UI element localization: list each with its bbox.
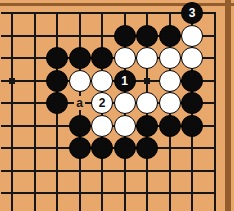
black-stone[interactable] bbox=[181, 92, 203, 114]
move-label: 2 bbox=[99, 97, 106, 109]
board-point[interactable] bbox=[46, 2, 69, 25]
board-point bbox=[1, 204, 24, 211]
board-point[interactable] bbox=[158, 92, 181, 115]
board-point[interactable] bbox=[136, 47, 159, 70]
board-point[interactable] bbox=[113, 137, 136, 160]
go-board-grid: 31a2 bbox=[1, 2, 226, 211]
white-stone[interactable] bbox=[159, 47, 181, 69]
white-stone[interactable] bbox=[69, 70, 91, 92]
board-point[interactable]: a bbox=[68, 92, 91, 115]
board-point[interactable] bbox=[46, 159, 69, 182]
board-point bbox=[136, 204, 159, 211]
board-point[interactable] bbox=[136, 182, 159, 205]
black-stone[interactable] bbox=[114, 25, 136, 47]
board-point[interactable] bbox=[1, 137, 24, 160]
board-point[interactable] bbox=[113, 159, 136, 182]
white-stone[interactable] bbox=[181, 47, 203, 69]
board-point[interactable] bbox=[23, 182, 46, 205]
black-stone[interactable]: 3 bbox=[181, 2, 203, 24]
board-point[interactable] bbox=[1, 69, 24, 92]
board-point[interactable] bbox=[136, 69, 159, 92]
board-point[interactable] bbox=[113, 114, 136, 137]
star-point bbox=[144, 78, 150, 84]
board-point[interactable] bbox=[68, 24, 91, 47]
board-point bbox=[23, 204, 46, 211]
white-stone[interactable] bbox=[114, 92, 136, 114]
board-point[interactable] bbox=[136, 114, 159, 137]
black-stone[interactable] bbox=[114, 137, 136, 159]
black-stone[interactable] bbox=[136, 25, 158, 47]
white-stone[interactable] bbox=[159, 92, 181, 114]
board-point[interactable] bbox=[136, 2, 159, 25]
white-stone[interactable] bbox=[114, 115, 136, 137]
black-stone[interactable] bbox=[159, 25, 181, 47]
board-point[interactable] bbox=[181, 24, 204, 47]
board-point[interactable] bbox=[181, 47, 204, 70]
board-point[interactable] bbox=[68, 137, 91, 160]
point-label-a: a bbox=[74, 96, 85, 110]
board-point[interactable] bbox=[158, 159, 181, 182]
board-point[interactable] bbox=[23, 114, 46, 137]
black-stone[interactable] bbox=[46, 70, 68, 92]
black-stone[interactable] bbox=[69, 115, 91, 137]
board-point[interactable] bbox=[1, 114, 24, 137]
board-point[interactable] bbox=[91, 47, 114, 70]
move-label: 3 bbox=[189, 7, 196, 19]
board-point[interactable] bbox=[136, 24, 159, 47]
black-stone[interactable] bbox=[181, 115, 203, 137]
white-stone[interactable] bbox=[136, 47, 158, 69]
board-edge-right bbox=[225, 0, 231, 211]
black-stone[interactable] bbox=[136, 115, 158, 137]
board-point[interactable] bbox=[1, 159, 24, 182]
board-point[interactable] bbox=[181, 69, 204, 92]
board-point bbox=[113, 204, 136, 211]
board-point[interactable] bbox=[68, 2, 91, 25]
board-point[interactable] bbox=[23, 24, 46, 47]
black-stone[interactable]: 1 bbox=[114, 70, 136, 92]
board-point[interactable] bbox=[203, 114, 226, 137]
board-point[interactable] bbox=[23, 2, 46, 25]
board-point[interactable] bbox=[113, 24, 136, 47]
board-point[interactable] bbox=[68, 182, 91, 205]
board-point[interactable] bbox=[23, 92, 46, 115]
board-point[interactable] bbox=[1, 2, 24, 25]
board-point[interactable] bbox=[158, 2, 181, 25]
black-stone[interactable] bbox=[46, 92, 68, 114]
board-point[interactable] bbox=[181, 114, 204, 137]
board-point bbox=[158, 204, 181, 211]
board-point[interactable] bbox=[91, 2, 114, 25]
board-point[interactable] bbox=[203, 159, 226, 182]
board-point[interactable] bbox=[46, 182, 69, 205]
board-point[interactable] bbox=[136, 137, 159, 160]
white-stone[interactable] bbox=[91, 115, 113, 137]
board-point[interactable] bbox=[181, 182, 204, 205]
board-point[interactable] bbox=[91, 137, 114, 160]
white-stone[interactable] bbox=[159, 70, 181, 92]
black-stone[interactable] bbox=[159, 115, 181, 137]
board-point[interactable] bbox=[203, 92, 226, 115]
board-point[interactable] bbox=[203, 182, 226, 205]
board-point[interactable] bbox=[46, 69, 69, 92]
go-diagram: 31a2 bbox=[0, 0, 234, 211]
board-point[interactable] bbox=[113, 47, 136, 70]
black-stone[interactable] bbox=[136, 137, 158, 159]
board-point[interactable] bbox=[91, 24, 114, 47]
board-point[interactable] bbox=[1, 47, 24, 70]
black-stone[interactable] bbox=[69, 47, 91, 69]
board-point[interactable] bbox=[23, 47, 46, 70]
black-stone[interactable] bbox=[91, 47, 113, 69]
board-point[interactable] bbox=[46, 114, 69, 137]
move-label: 1 bbox=[121, 75, 128, 87]
board-point[interactable] bbox=[181, 92, 204, 115]
board-point[interactable] bbox=[136, 92, 159, 115]
board-point[interactable] bbox=[91, 159, 114, 182]
board-point[interactable] bbox=[91, 69, 114, 92]
board-point[interactable]: 3 bbox=[181, 2, 204, 25]
board-point[interactable]: 1 bbox=[113, 69, 136, 92]
star-point bbox=[9, 78, 15, 84]
white-stone[interactable] bbox=[181, 25, 203, 47]
white-stone[interactable]: 2 bbox=[91, 92, 113, 114]
board-point bbox=[91, 204, 114, 211]
board-point[interactable] bbox=[46, 137, 69, 160]
black-stone[interactable] bbox=[181, 70, 203, 92]
board-point bbox=[68, 204, 91, 211]
board-point[interactable] bbox=[68, 47, 91, 70]
board-point[interactable] bbox=[158, 114, 181, 137]
white-stone[interactable] bbox=[136, 92, 158, 114]
board-point bbox=[46, 204, 69, 211]
board-point[interactable] bbox=[1, 92, 24, 115]
board-point[interactable] bbox=[91, 182, 114, 205]
board-point[interactable] bbox=[136, 159, 159, 182]
board-point bbox=[181, 204, 204, 211]
board-point[interactable] bbox=[113, 92, 136, 115]
board-point[interactable] bbox=[203, 137, 226, 160]
board-point[interactable] bbox=[203, 2, 226, 25]
board-point bbox=[203, 204, 226, 211]
board-point[interactable] bbox=[203, 24, 226, 47]
board-point[interactable] bbox=[113, 2, 136, 25]
board-point[interactable] bbox=[68, 114, 91, 137]
white-stone[interactable] bbox=[114, 47, 136, 69]
board-point[interactable] bbox=[113, 182, 136, 205]
board-point[interactable] bbox=[91, 114, 114, 137]
board-point[interactable] bbox=[158, 137, 181, 160]
white-stone[interactable] bbox=[91, 70, 113, 92]
board-point[interactable] bbox=[68, 159, 91, 182]
board-point[interactable] bbox=[68, 69, 91, 92]
board-point[interactable] bbox=[46, 24, 69, 47]
board-point[interactable] bbox=[181, 137, 204, 160]
board-point[interactable] bbox=[203, 69, 226, 92]
board-point[interactable]: 2 bbox=[91, 92, 114, 115]
board-point[interactable] bbox=[46, 92, 69, 115]
black-stone[interactable] bbox=[46, 47, 68, 69]
board-point[interactable] bbox=[158, 24, 181, 47]
board-point[interactable] bbox=[23, 69, 46, 92]
black-stone[interactable] bbox=[91, 137, 113, 159]
board-point[interactable] bbox=[1, 182, 24, 205]
black-stone[interactable] bbox=[69, 137, 91, 159]
board-point[interactable] bbox=[158, 47, 181, 70]
board-point[interactable] bbox=[1, 24, 24, 47]
board-point[interactable] bbox=[46, 47, 69, 70]
board-point[interactable] bbox=[181, 159, 204, 182]
board-point[interactable] bbox=[23, 137, 46, 160]
board-point[interactable] bbox=[23, 159, 46, 182]
board-point[interactable] bbox=[158, 182, 181, 205]
board-point[interactable] bbox=[203, 47, 226, 70]
board-point[interactable] bbox=[158, 69, 181, 92]
